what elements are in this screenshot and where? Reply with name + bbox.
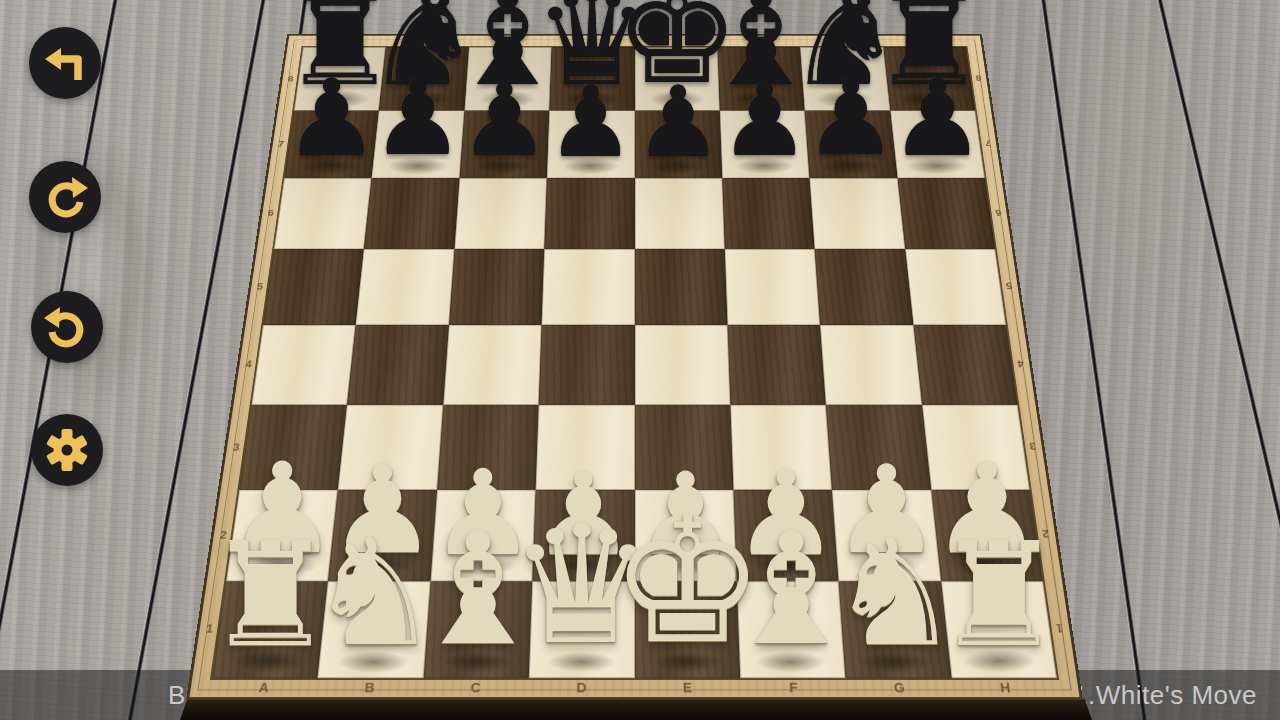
square-d7[interactable]	[547, 111, 635, 178]
file-label: H	[951, 678, 1059, 697]
square-c3[interactable]	[437, 405, 539, 490]
square-f1[interactable]	[737, 581, 846, 678]
square-f4[interactable]	[727, 325, 826, 405]
square-e4[interactable]	[635, 325, 731, 405]
square-f8[interactable]	[717, 47, 804, 111]
file-label: D	[528, 678, 634, 697]
square-g3[interactable]	[826, 405, 931, 490]
rotate-ccw-button[interactable]	[31, 291, 103, 363]
square-g8[interactable]	[800, 47, 890, 111]
file-label: C	[422, 678, 529, 697]
square-e7[interactable]	[635, 111, 723, 178]
square-b6[interactable]	[364, 178, 459, 249]
square-c6[interactable]	[454, 178, 547, 249]
square-b7[interactable]	[372, 111, 464, 178]
square-h7[interactable]	[890, 111, 985, 178]
square-g1[interactable]	[839, 581, 952, 678]
square-d1[interactable]	[529, 581, 635, 678]
square-b4[interactable]	[347, 325, 449, 405]
square-g6[interactable]	[810, 178, 905, 249]
chess-board: 87654321 87654321 ABCDEFGH	[186, 34, 1083, 700]
square-e6[interactable]	[635, 178, 725, 249]
square-d6[interactable]	[544, 178, 634, 249]
square-a1[interactable]	[212, 581, 328, 678]
square-a8[interactable]	[294, 47, 386, 111]
square-h4[interactable]	[913, 325, 1017, 405]
square-d4[interactable]	[539, 325, 635, 405]
square-b3[interactable]	[338, 405, 443, 490]
file-labels: ABCDEFGH	[209, 678, 1059, 697]
square-c5[interactable]	[449, 249, 545, 324]
square-h8[interactable]	[883, 47, 975, 111]
square-f6[interactable]	[722, 178, 815, 249]
square-h5[interactable]	[905, 249, 1006, 324]
square-c1[interactable]	[423, 581, 532, 678]
square-f5[interactable]	[725, 249, 821, 324]
square-g5[interactable]	[815, 249, 913, 324]
square-d5[interactable]	[542, 249, 635, 324]
square-c2[interactable]	[430, 490, 535, 581]
square-c4[interactable]	[443, 325, 542, 405]
square-b8[interactable]	[379, 47, 469, 111]
rotate-ccw-icon	[44, 304, 90, 350]
square-a7[interactable]	[284, 111, 379, 178]
square-a6[interactable]	[274, 178, 372, 249]
square-g7[interactable]	[805, 111, 897, 178]
square-c8[interactable]	[464, 47, 551, 111]
plank-seam	[1148, 0, 1280, 720]
chess-app-screen: Beginner 1.White's Move 87654321 8765432…	[0, 0, 1280, 720]
square-d2[interactable]	[532, 490, 634, 581]
square-a3[interactable]	[239, 405, 347, 490]
square-h2[interactable]	[931, 490, 1043, 581]
square-e1[interactable]	[635, 581, 741, 678]
rotate-cw-button[interactable]	[29, 161, 101, 233]
square-h3[interactable]	[922, 405, 1030, 490]
square-e3[interactable]	[635, 405, 734, 490]
square-e5[interactable]	[635, 249, 728, 324]
move-status-label: 1.White's Move	[1073, 680, 1257, 711]
square-h1[interactable]	[941, 581, 1057, 678]
board-edge	[180, 699, 1092, 720]
square-d3[interactable]	[536, 405, 635, 490]
square-h6[interactable]	[897, 178, 995, 249]
undo-button[interactable]	[29, 27, 101, 99]
settings-button[interactable]	[31, 414, 103, 486]
square-a5[interactable]	[263, 249, 364, 324]
square-e2[interactable]	[635, 490, 737, 581]
file-label: G	[846, 678, 954, 697]
square-b1[interactable]	[318, 581, 431, 678]
gear-icon	[44, 427, 90, 473]
file-label: F	[740, 678, 847, 697]
square-f2[interactable]	[733, 490, 838, 581]
rotate-cw-icon	[42, 174, 88, 220]
square-e8[interactable]	[635, 47, 720, 111]
square-c7[interactable]	[459, 111, 549, 178]
square-a4[interactable]	[252, 325, 356, 405]
square-b5[interactable]	[356, 249, 454, 324]
square-g4[interactable]	[820, 325, 922, 405]
square-a2[interactable]	[226, 490, 338, 581]
square-g2[interactable]	[832, 490, 941, 581]
board-grid	[212, 47, 1057, 678]
square-b2[interactable]	[328, 490, 437, 581]
file-label: E	[635, 678, 741, 697]
undo-arrow-icon	[42, 40, 88, 86]
file-label: B	[316, 678, 424, 697]
square-d8[interactable]	[549, 47, 634, 111]
square-f7[interactable]	[720, 111, 810, 178]
square-f3[interactable]	[730, 405, 832, 490]
file-label: A	[209, 678, 317, 697]
